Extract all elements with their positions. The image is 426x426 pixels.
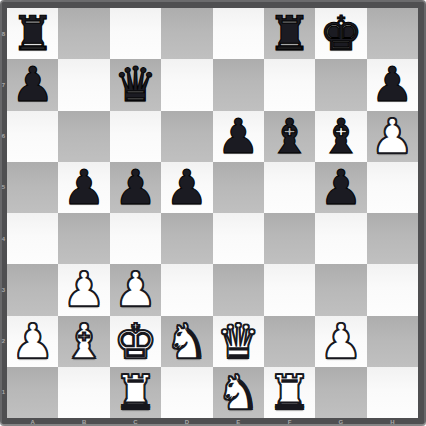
square-a1[interactable] bbox=[7, 367, 58, 418]
square-c2[interactable]: ♚ bbox=[110, 316, 161, 367]
square-g8[interactable]: ♚ bbox=[315, 8, 366, 59]
square-b6[interactable] bbox=[58, 111, 109, 162]
square-g3[interactable] bbox=[315, 264, 366, 315]
square-f5[interactable] bbox=[264, 162, 315, 213]
square-h2[interactable] bbox=[367, 316, 418, 367]
file-label: H bbox=[367, 418, 418, 426]
file-label: E bbox=[213, 418, 264, 426]
rank-label: 1 bbox=[0, 367, 7, 418]
rank-label: 8 bbox=[0, 8, 7, 59]
square-d6[interactable] bbox=[161, 111, 212, 162]
white-queen[interactable]: ♛ bbox=[217, 316, 260, 367]
square-c1[interactable]: ♜ bbox=[110, 367, 161, 418]
rank-label: 2 bbox=[0, 316, 7, 367]
square-g7[interactable] bbox=[315, 59, 366, 110]
square-e5[interactable] bbox=[213, 162, 264, 213]
square-d3[interactable] bbox=[161, 264, 212, 315]
square-h8[interactable] bbox=[367, 8, 418, 59]
square-a2[interactable]: ♟ bbox=[7, 316, 58, 367]
square-f6[interactable]: ♝ bbox=[264, 111, 315, 162]
white-knight[interactable]: ♞ bbox=[165, 316, 208, 367]
square-d1[interactable] bbox=[161, 367, 212, 418]
square-g2[interactable]: ♟ bbox=[315, 316, 366, 367]
square-a6[interactable] bbox=[7, 111, 58, 162]
square-a4[interactable] bbox=[7, 213, 58, 264]
file-label: C bbox=[110, 418, 161, 426]
square-c6[interactable] bbox=[110, 111, 161, 162]
square-a7[interactable]: ♟ bbox=[7, 59, 58, 110]
square-c7[interactable]: ♛ bbox=[110, 59, 161, 110]
black-pawn[interactable]: ♟ bbox=[11, 59, 54, 110]
black-rook[interactable]: ♜ bbox=[11, 8, 54, 59]
square-b2[interactable]: ♝ bbox=[58, 316, 109, 367]
white-pawn[interactable]: ♟ bbox=[114, 264, 157, 315]
square-a3[interactable] bbox=[7, 264, 58, 315]
square-g1[interactable] bbox=[315, 367, 366, 418]
rank-label: 3 bbox=[0, 264, 7, 315]
square-c8[interactable] bbox=[110, 8, 161, 59]
square-f8[interactable]: ♜ bbox=[264, 8, 315, 59]
rank-label: 5 bbox=[0, 162, 7, 213]
square-b8[interactable] bbox=[58, 8, 109, 59]
black-rook[interactable]: ♜ bbox=[268, 8, 311, 59]
square-h6[interactable]: ♟ bbox=[367, 111, 418, 162]
white-rook[interactable]: ♜ bbox=[114, 367, 157, 418]
square-c3[interactable]: ♟ bbox=[110, 264, 161, 315]
white-pawn[interactable]: ♟ bbox=[11, 316, 54, 367]
black-pawn[interactable]: ♟ bbox=[319, 162, 362, 213]
square-e3[interactable] bbox=[213, 264, 264, 315]
chess-board-frame: 87654321 ♜♜♚♟♛♟♟♝♝♟♟♟♟♟♟♟♟♝♚♞♛♟♜♞♜ ABCDE… bbox=[0, 0, 426, 426]
square-e4[interactable] bbox=[213, 213, 264, 264]
square-e8[interactable] bbox=[213, 8, 264, 59]
square-b4[interactable] bbox=[58, 213, 109, 264]
white-pawn[interactable]: ♟ bbox=[63, 264, 106, 315]
white-rook[interactable]: ♜ bbox=[268, 367, 311, 418]
square-f4[interactable] bbox=[264, 213, 315, 264]
square-d8[interactable] bbox=[161, 8, 212, 59]
square-c5[interactable]: ♟ bbox=[110, 162, 161, 213]
file-label: B bbox=[58, 418, 109, 426]
black-king[interactable]: ♚ bbox=[319, 8, 362, 59]
square-d5[interactable]: ♟ bbox=[161, 162, 212, 213]
black-bishop[interactable]: ♝ bbox=[319, 111, 362, 162]
white-pawn[interactable]: ♟ bbox=[319, 316, 362, 367]
square-g6[interactable]: ♝ bbox=[315, 111, 366, 162]
square-h3[interactable] bbox=[367, 264, 418, 315]
file-label: F bbox=[264, 418, 315, 426]
square-a5[interactable] bbox=[7, 162, 58, 213]
rank-label: 7 bbox=[0, 59, 7, 110]
square-f3[interactable] bbox=[264, 264, 315, 315]
white-king[interactable]: ♚ bbox=[114, 316, 157, 367]
square-c4[interactable] bbox=[110, 213, 161, 264]
rank-labels: 87654321 bbox=[0, 8, 7, 418]
square-e2[interactable]: ♛ bbox=[213, 316, 264, 367]
square-d2[interactable]: ♞ bbox=[161, 316, 212, 367]
white-pawn[interactable]: ♟ bbox=[371, 111, 414, 162]
square-a8[interactable]: ♜ bbox=[7, 8, 58, 59]
square-e6[interactable]: ♟ bbox=[213, 111, 264, 162]
square-g4[interactable] bbox=[315, 213, 366, 264]
square-g5[interactable]: ♟ bbox=[315, 162, 366, 213]
square-h5[interactable] bbox=[367, 162, 418, 213]
rank-label: 6 bbox=[0, 111, 7, 162]
square-d7[interactable] bbox=[161, 59, 212, 110]
file-label: G bbox=[315, 418, 366, 426]
black-queen[interactable]: ♛ bbox=[114, 59, 157, 110]
square-d4[interactable] bbox=[161, 213, 212, 264]
square-b5[interactable]: ♟ bbox=[58, 162, 109, 213]
black-pawn[interactable]: ♟ bbox=[63, 162, 106, 213]
file-labels: ABCDEFGH bbox=[7, 418, 418, 426]
square-f2[interactable] bbox=[264, 316, 315, 367]
file-label: A bbox=[7, 418, 58, 426]
file-label: D bbox=[161, 418, 212, 426]
black-bishop[interactable]: ♝ bbox=[268, 111, 311, 162]
black-pawn[interactable]: ♟ bbox=[371, 59, 414, 110]
square-b1[interactable] bbox=[58, 367, 109, 418]
square-e7[interactable] bbox=[213, 59, 264, 110]
white-knight[interactable]: ♞ bbox=[217, 367, 260, 418]
square-f1[interactable]: ♜ bbox=[264, 367, 315, 418]
white-bishop[interactable]: ♝ bbox=[63, 316, 106, 367]
square-h1[interactable] bbox=[367, 367, 418, 418]
square-e1[interactable]: ♞ bbox=[213, 367, 264, 418]
square-b7[interactable] bbox=[58, 59, 109, 110]
black-pawn[interactable]: ♟ bbox=[217, 111, 260, 162]
square-b3[interactable]: ♟ bbox=[58, 264, 109, 315]
square-h4[interactable] bbox=[367, 213, 418, 264]
black-pawn[interactable]: ♟ bbox=[114, 162, 157, 213]
square-h7[interactable]: ♟ bbox=[367, 59, 418, 110]
rank-label: 4 bbox=[0, 213, 7, 264]
chess-board: ♜♜♚♟♛♟♟♝♝♟♟♟♟♟♟♟♟♝♚♞♛♟♜♞♜ bbox=[7, 8, 418, 418]
square-f7[interactable] bbox=[264, 59, 315, 110]
black-pawn[interactable]: ♟ bbox=[165, 162, 208, 213]
